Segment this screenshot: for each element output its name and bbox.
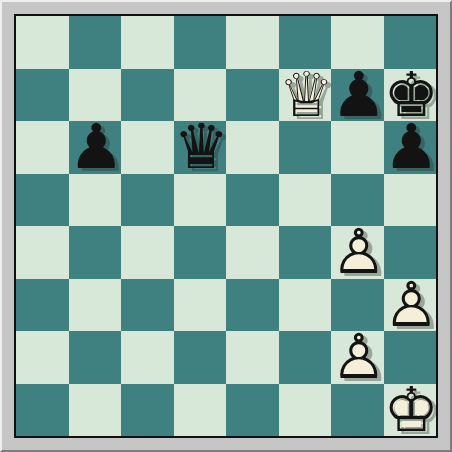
square-h4[interactable] — [384, 226, 437, 279]
white-queen-icon: ♛ — [279, 69, 332, 122]
piece-black-pawn[interactable]: ♟ — [69, 121, 122, 174]
piece-white-queen[interactable]: ♛♕ — [279, 69, 332, 122]
square-g4[interactable]: ♟♙ — [331, 226, 384, 279]
square-f1[interactable] — [279, 384, 332, 437]
white-king-outline-icon: ♔ — [384, 384, 437, 437]
square-g7[interactable]: ♟ — [331, 69, 384, 122]
black-queen-icon: ♛ — [174, 121, 227, 174]
square-b1[interactable] — [69, 384, 122, 437]
square-d8[interactable] — [174, 16, 227, 69]
square-e4[interactable] — [226, 226, 279, 279]
board-frame: ♛♕♟♚♟♛♟♟♙♟♙♟♙♚♔ — [0, 0, 452, 452]
piece-black-pawn[interactable]: ♟ — [384, 121, 437, 174]
piece-white-pawn[interactable]: ♟♙ — [384, 279, 437, 332]
square-h3[interactable]: ♟♙ — [384, 279, 437, 332]
square-e2[interactable] — [226, 331, 279, 384]
piece-black-pawn[interactable]: ♟ — [331, 69, 384, 122]
white-king-icon: ♚ — [384, 384, 437, 437]
square-h1[interactable]: ♚♔ — [384, 384, 437, 437]
piece-black-queen[interactable]: ♛ — [174, 121, 227, 174]
black-pawn-icon: ♟ — [384, 121, 437, 174]
square-a7[interactable] — [16, 69, 69, 122]
piece-white-king[interactable]: ♚♔ — [384, 384, 437, 437]
square-c4[interactable] — [121, 226, 174, 279]
square-c8[interactable] — [121, 16, 174, 69]
white-pawn-icon: ♟ — [331, 331, 384, 384]
square-b6[interactable]: ♟ — [69, 121, 122, 174]
square-e3[interactable] — [226, 279, 279, 332]
square-f7[interactable]: ♛♕ — [279, 69, 332, 122]
square-c1[interactable] — [121, 384, 174, 437]
square-g3[interactable] — [331, 279, 384, 332]
square-b4[interactable] — [69, 226, 122, 279]
square-c2[interactable] — [121, 331, 174, 384]
square-f6[interactable] — [279, 121, 332, 174]
square-h6[interactable]: ♟ — [384, 121, 437, 174]
square-d5[interactable] — [174, 174, 227, 227]
square-h8[interactable] — [384, 16, 437, 69]
piece-white-pawn[interactable]: ♟♙ — [331, 226, 384, 279]
square-b5[interactable] — [69, 174, 122, 227]
square-e6[interactable] — [226, 121, 279, 174]
square-g1[interactable] — [331, 384, 384, 437]
square-d2[interactable] — [174, 331, 227, 384]
square-g8[interactable] — [331, 16, 384, 69]
black-pawn-icon: ♟ — [331, 69, 384, 122]
square-f4[interactable] — [279, 226, 332, 279]
square-c7[interactable] — [121, 69, 174, 122]
square-f8[interactable] — [279, 16, 332, 69]
square-d1[interactable] — [174, 384, 227, 437]
white-pawn-outline-icon: ♙ — [331, 331, 384, 384]
black-pawn-icon: ♟ — [69, 121, 122, 174]
square-g5[interactable] — [331, 174, 384, 227]
square-d4[interactable] — [174, 226, 227, 279]
square-a2[interactable] — [16, 331, 69, 384]
square-a3[interactable] — [16, 279, 69, 332]
square-f2[interactable] — [279, 331, 332, 384]
square-d6[interactable]: ♛ — [174, 121, 227, 174]
square-b3[interactable] — [69, 279, 122, 332]
square-g2[interactable]: ♟♙ — [331, 331, 384, 384]
square-a4[interactable] — [16, 226, 69, 279]
square-f3[interactable] — [279, 279, 332, 332]
square-b8[interactable] — [69, 16, 122, 69]
square-b7[interactable] — [69, 69, 122, 122]
white-pawn-outline-icon: ♙ — [331, 226, 384, 279]
chess-board: ♛♕♟♚♟♛♟♟♙♟♙♟♙♚♔ — [14, 14, 438, 438]
square-e1[interactable] — [226, 384, 279, 437]
square-g6[interactable] — [331, 121, 384, 174]
square-e5[interactable] — [226, 174, 279, 227]
square-h2[interactable] — [384, 331, 437, 384]
square-h5[interactable] — [384, 174, 437, 227]
white-pawn-icon: ♟ — [331, 226, 384, 279]
white-pawn-outline-icon: ♙ — [384, 279, 437, 332]
white-queen-outline-icon: ♕ — [279, 69, 332, 122]
square-c3[interactable] — [121, 279, 174, 332]
square-d3[interactable] — [174, 279, 227, 332]
square-f5[interactable] — [279, 174, 332, 227]
piece-white-pawn[interactable]: ♟♙ — [331, 331, 384, 384]
black-king-icon: ♚ — [384, 69, 437, 122]
square-e8[interactable] — [226, 16, 279, 69]
square-a8[interactable] — [16, 16, 69, 69]
square-a6[interactable] — [16, 121, 69, 174]
square-e7[interactable] — [226, 69, 279, 122]
square-c6[interactable] — [121, 121, 174, 174]
square-h7[interactable]: ♚ — [384, 69, 437, 122]
white-pawn-icon: ♟ — [384, 279, 437, 332]
square-a1[interactable] — [16, 384, 69, 437]
piece-black-king[interactable]: ♚ — [384, 69, 437, 122]
square-d7[interactable] — [174, 69, 227, 122]
square-b2[interactable] — [69, 331, 122, 384]
square-c5[interactable] — [121, 174, 174, 227]
square-a5[interactable] — [16, 174, 69, 227]
